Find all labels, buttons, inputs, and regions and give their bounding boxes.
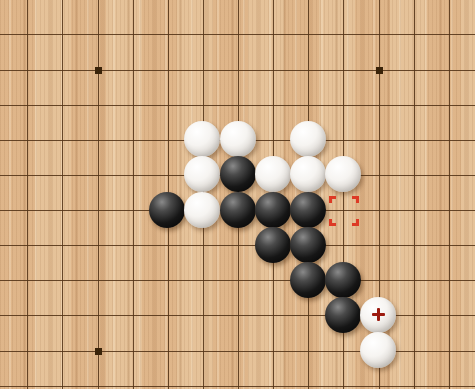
grid-line-vertical: [62, 0, 63, 389]
black-stone: [290, 262, 326, 298]
white-stone: [360, 332, 396, 368]
black-stone: [255, 227, 291, 263]
grid-line-horizontal: [0, 315, 475, 316]
black-stone: [255, 192, 291, 228]
white-stone: [290, 156, 326, 192]
star-point: [95, 67, 102, 74]
black-stone: [325, 262, 361, 298]
black-stone: [149, 192, 185, 228]
black-stone: [290, 192, 326, 228]
grid-line-horizontal: [0, 280, 475, 281]
white-stone: [325, 156, 361, 192]
bracket-corner-icon: [329, 219, 336, 226]
grid-line-vertical: [449, 0, 450, 389]
black-stone: [220, 192, 256, 228]
bracket-corner-icon: [352, 219, 359, 226]
grid-line-horizontal: [0, 245, 475, 246]
bracket-corner-icon: [329, 196, 336, 203]
grid-line-vertical: [133, 0, 134, 389]
bracket-corner-icon: [352, 196, 359, 203]
black-stone: [220, 156, 256, 192]
grid-line-horizontal: [0, 386, 475, 387]
star-point: [376, 67, 383, 74]
grid-line-vertical: [27, 0, 28, 389]
star-point: [95, 348, 102, 355]
white-stone: [220, 121, 256, 157]
grid-line-horizontal: [0, 351, 475, 352]
white-stone: [184, 192, 220, 228]
white-stone: [255, 156, 291, 192]
black-stone: [325, 297, 361, 333]
last-move-cross-marker: [372, 308, 385, 321]
white-stone: [184, 121, 220, 157]
white-stone: [290, 121, 326, 157]
white-stone: [184, 156, 220, 192]
grid-line-vertical: [98, 0, 99, 389]
grid-line-vertical: [414, 0, 415, 389]
omok-board[interactable]: [0, 0, 475, 389]
cursor-bracket-marker: [329, 196, 359, 226]
black-stone: [290, 227, 326, 263]
